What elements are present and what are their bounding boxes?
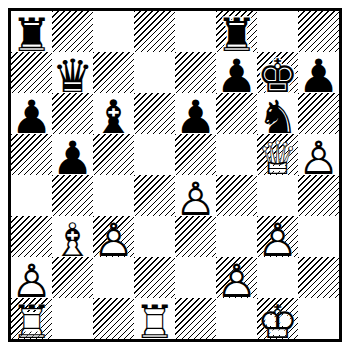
pawn-icon-fill: ♟ [93, 219, 134, 260]
square-f5[interactable] [216, 134, 257, 175]
square-a2[interactable]: ♟♙ [11, 257, 52, 298]
black-pawn-a6[interactable]: ♟ [11, 93, 52, 134]
white-pawn-e4[interactable]: ♟♙ [175, 175, 216, 216]
square-f8[interactable]: ♜ [216, 11, 257, 52]
square-b7[interactable]: ♛ [52, 52, 93, 93]
square-a5[interactable] [11, 134, 52, 175]
square-a3[interactable] [11, 216, 52, 257]
square-e7[interactable] [175, 52, 216, 93]
square-b2[interactable] [52, 257, 93, 298]
black-pawn-b5[interactable]: ♟ [52, 134, 93, 175]
queen-icon-fill: ♛ [257, 137, 298, 178]
pawn-icon: ♟ [216, 55, 257, 96]
square-b1[interactable] [52, 298, 93, 339]
square-c1[interactable] [93, 298, 134, 339]
square-h1[interactable] [298, 298, 339, 339]
square-a6[interactable]: ♟ [11, 93, 52, 134]
square-c3[interactable]: ♟♙ [93, 216, 134, 257]
square-e8[interactable] [175, 11, 216, 52]
square-h4[interactable] [298, 175, 339, 216]
square-b6[interactable] [52, 93, 93, 134]
square-c8[interactable] [93, 11, 134, 52]
black-rook-a8[interactable]: ♜ [11, 11, 52, 52]
square-c7[interactable] [93, 52, 134, 93]
white-queen-g5[interactable]: ♛♕ [257, 134, 298, 175]
pawn-icon: ♙ [298, 137, 339, 178]
pawn-icon: ♟ [298, 55, 339, 96]
square-e2[interactable] [175, 257, 216, 298]
pawn-icon-fill: ♟ [257, 219, 298, 260]
king-icon: ♔ [257, 301, 298, 342]
square-d7[interactable] [134, 52, 175, 93]
square-c6[interactable]: ♝ [93, 93, 134, 134]
bishop-icon: ♗ [52, 219, 93, 260]
pawn-icon-fill: ♟ [216, 260, 257, 301]
chess-board-frame: ♜♜♛♟♚♟♟♝♟♞♟♛♕♟♙♟♙♝♗♟♙♟♙♟♙♟♙♜♖♜♖♚♔ [8, 8, 342, 342]
black-pawn-h7[interactable]: ♟ [298, 52, 339, 93]
rook-icon: ♖ [134, 301, 175, 342]
pawn-icon: ♙ [257, 219, 298, 260]
square-b4[interactable] [52, 175, 93, 216]
white-pawn-f2[interactable]: ♟♙ [216, 257, 257, 298]
square-f1[interactable] [216, 298, 257, 339]
black-bishop-c6[interactable]: ♝ [93, 93, 134, 134]
square-g3[interactable]: ♟♙ [257, 216, 298, 257]
pawn-icon-fill: ♟ [175, 178, 216, 219]
square-g7[interactable]: ♚ [257, 52, 298, 93]
rook-icon: ♜ [11, 14, 52, 55]
square-c2[interactable] [93, 257, 134, 298]
pawn-icon-fill: ♟ [11, 260, 52, 301]
square-b5[interactable]: ♟ [52, 134, 93, 175]
square-h8[interactable] [298, 11, 339, 52]
square-d6[interactable] [134, 93, 175, 134]
square-f6[interactable] [216, 93, 257, 134]
square-h3[interactable] [298, 216, 339, 257]
square-b3[interactable]: ♝♗ [52, 216, 93, 257]
queen-icon: ♕ [257, 137, 298, 178]
square-g2[interactable] [257, 257, 298, 298]
square-d1[interactable]: ♜♖ [134, 298, 175, 339]
chess-board: ♜♜♛♟♚♟♟♝♟♞♟♛♕♟♙♟♙♝♗♟♙♟♙♟♙♟♙♜♖♜♖♚♔ [11, 11, 339, 339]
pawn-icon: ♟ [52, 137, 93, 178]
square-c4[interactable] [93, 175, 134, 216]
white-pawn-a2[interactable]: ♟♙ [11, 257, 52, 298]
square-e3[interactable] [175, 216, 216, 257]
white-king-g1[interactable]: ♚♔ [257, 298, 298, 339]
white-rook-d1[interactable]: ♜♖ [134, 298, 175, 339]
square-e4[interactable]: ♟♙ [175, 175, 216, 216]
pawn-icon: ♙ [93, 219, 134, 260]
white-pawn-h5[interactable]: ♟♙ [298, 134, 339, 175]
white-pawn-g3[interactable]: ♟♙ [257, 216, 298, 257]
square-f3[interactable] [216, 216, 257, 257]
square-d3[interactable] [134, 216, 175, 257]
black-rook-f8[interactable]: ♜ [216, 11, 257, 52]
square-f2[interactable]: ♟♙ [216, 257, 257, 298]
queen-icon: ♛ [52, 55, 93, 96]
square-e6[interactable]: ♟ [175, 93, 216, 134]
black-queen-b7[interactable]: ♛ [52, 52, 93, 93]
square-a8[interactable]: ♜ [11, 11, 52, 52]
pawn-icon: ♙ [11, 260, 52, 301]
square-a7[interactable] [11, 52, 52, 93]
pawn-icon: ♙ [216, 260, 257, 301]
square-d5[interactable] [134, 134, 175, 175]
pawn-icon: ♟ [11, 96, 52, 137]
black-pawn-f7[interactable]: ♟ [216, 52, 257, 93]
square-e5[interactable] [175, 134, 216, 175]
white-bishop-b3[interactable]: ♝♗ [52, 216, 93, 257]
square-g1[interactable]: ♚♔ [257, 298, 298, 339]
bishop-icon: ♝ [93, 96, 134, 137]
square-g8[interactable] [257, 11, 298, 52]
pawn-icon: ♟ [175, 96, 216, 137]
rook-icon: ♖ [11, 301, 52, 342]
square-d8[interactable] [134, 11, 175, 52]
square-c5[interactable] [93, 134, 134, 175]
square-g4[interactable] [257, 175, 298, 216]
square-g5[interactable]: ♛♕ [257, 134, 298, 175]
square-f7[interactable]: ♟ [216, 52, 257, 93]
pawn-icon-fill: ♟ [298, 137, 339, 178]
king-icon: ♚ [257, 55, 298, 96]
square-d4[interactable] [134, 175, 175, 216]
black-pawn-e6[interactable]: ♟ [175, 93, 216, 134]
square-h7[interactable]: ♟ [298, 52, 339, 93]
square-h2[interactable] [298, 257, 339, 298]
square-b8[interactable] [52, 11, 93, 52]
square-f4[interactable] [216, 175, 257, 216]
square-h5[interactable]: ♟♙ [298, 134, 339, 175]
knight-icon: ♞ [257, 96, 298, 137]
bishop-icon-fill: ♝ [52, 219, 93, 260]
square-d2[interactable] [134, 257, 175, 298]
rook-icon-fill: ♜ [134, 301, 175, 342]
king-icon-fill: ♚ [257, 301, 298, 342]
black-king-g7[interactable]: ♚ [257, 52, 298, 93]
square-a1[interactable]: ♜♖ [11, 298, 52, 339]
square-g6[interactable]: ♞ [257, 93, 298, 134]
black-knight-g6[interactable]: ♞ [257, 93, 298, 134]
rook-icon-fill: ♜ [11, 301, 52, 342]
square-a4[interactable] [11, 175, 52, 216]
pawn-icon: ♙ [175, 178, 216, 219]
white-rook-a1[interactable]: ♜♖ [11, 298, 52, 339]
white-pawn-c3[interactable]: ♟♙ [93, 216, 134, 257]
square-h6[interactable] [298, 93, 339, 134]
rook-icon: ♜ [216, 14, 257, 55]
square-e1[interactable] [175, 298, 216, 339]
